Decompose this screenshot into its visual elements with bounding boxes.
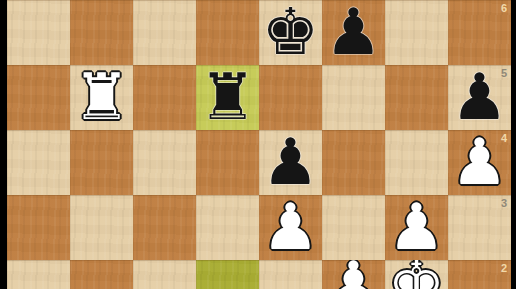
chess-board: ♚♟6♜♜5♟♟4♟♟♟3♟♚2 <box>7 0 511 289</box>
square-c3[interactable] <box>133 195 196 260</box>
square-b3[interactable] <box>70 195 133 260</box>
square-e4[interactable]: ♟ <box>259 130 322 195</box>
piece-white-king-icon[interactable]: ♚ <box>385 260 448 289</box>
square-a6[interactable] <box>7 0 70 65</box>
square-a3[interactable] <box>7 195 70 260</box>
square-g5[interactable] <box>385 65 448 130</box>
letterbox-left-bar <box>0 0 7 289</box>
piece-white-rook-icon[interactable]: ♜ <box>70 65 133 130</box>
rank-label-3: 3 <box>501 197 507 209</box>
square-a5[interactable] <box>7 65 70 130</box>
square-h5[interactable]: 5♟ <box>448 65 511 130</box>
square-f5[interactable] <box>322 65 385 130</box>
square-c5[interactable] <box>133 65 196 130</box>
square-b4[interactable] <box>70 130 133 195</box>
letterbox-right-bar <box>511 0 516 289</box>
square-h4[interactable]: 4♟ <box>448 130 511 195</box>
square-a2[interactable] <box>7 260 70 289</box>
square-e3[interactable]: ♟ <box>259 195 322 260</box>
square-b5[interactable]: ♜ <box>70 65 133 130</box>
piece-black-pawn-icon[interactable]: ♟ <box>448 65 511 130</box>
square-h2[interactable]: 2 <box>448 260 511 289</box>
chess-board-screenshot: ♚♟6♜♜5♟♟4♟♟♟3♟♚2 <box>0 0 516 289</box>
square-g2[interactable]: ♚ <box>385 260 448 289</box>
piece-white-pawn-icon[interactable]: ♟ <box>259 195 322 260</box>
square-f3[interactable] <box>322 195 385 260</box>
square-f6[interactable]: ♟ <box>322 0 385 65</box>
square-b6[interactable] <box>70 0 133 65</box>
square-e2[interactable] <box>259 260 322 289</box>
square-b2[interactable] <box>70 260 133 289</box>
piece-black-king-icon[interactable]: ♚ <box>259 0 322 65</box>
square-d6[interactable] <box>196 0 259 65</box>
piece-white-pawn-icon[interactable]: ♟ <box>448 130 511 195</box>
piece-white-pawn-icon[interactable]: ♟ <box>385 195 448 260</box>
square-f2[interactable]: ♟ <box>322 260 385 289</box>
square-d2[interactable] <box>196 260 259 289</box>
piece-black-rook-icon[interactable]: ♜ <box>196 65 259 130</box>
square-c2[interactable] <box>133 260 196 289</box>
rank-label-2: 2 <box>501 262 507 274</box>
square-a4[interactable] <box>7 130 70 195</box>
square-h6[interactable]: 6 <box>448 0 511 65</box>
square-g4[interactable] <box>385 130 448 195</box>
square-d4[interactable] <box>196 130 259 195</box>
square-c4[interactable] <box>133 130 196 195</box>
piece-white-pawn-icon[interactable]: ♟ <box>322 260 385 289</box>
piece-black-pawn-icon[interactable]: ♟ <box>322 0 385 65</box>
square-g6[interactable] <box>385 0 448 65</box>
rank-label-6: 6 <box>501 2 507 14</box>
square-d5[interactable]: ♜ <box>196 65 259 130</box>
square-e6[interactable]: ♚ <box>259 0 322 65</box>
square-d3[interactable] <box>196 195 259 260</box>
square-h3[interactable]: 3 <box>448 195 511 260</box>
square-f4[interactable] <box>322 130 385 195</box>
piece-black-pawn-icon[interactable]: ♟ <box>259 130 322 195</box>
square-e5[interactable] <box>259 65 322 130</box>
square-c6[interactable] <box>133 0 196 65</box>
square-g3[interactable]: ♟ <box>385 195 448 260</box>
